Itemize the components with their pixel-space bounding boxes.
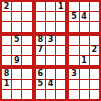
- cell-r7c8[interactable]: [80, 69, 89, 78]
- cell-r3c5[interactable]: [46, 22, 55, 31]
- cell-r6c1[interactable]: [2, 56, 11, 65]
- cell-r6c4[interactable]: [36, 56, 45, 65]
- cell-r5c8[interactable]: [80, 46, 89, 55]
- cell-r9c8[interactable]: [80, 90, 89, 99]
- cell-r9c9[interactable]: [90, 90, 99, 99]
- cell-r1c8[interactable]: [80, 2, 89, 11]
- cell-r5c4[interactable]: 7: [36, 46, 45, 55]
- cell-r2c9[interactable]: [90, 12, 99, 21]
- cell-r3c4[interactable]: [36, 22, 45, 31]
- cell-r4c9[interactable]: [90, 36, 99, 45]
- cell-r8c7[interactable]: [69, 80, 78, 89]
- cell-r2c8[interactable]: 4: [80, 12, 89, 21]
- cell-r6c5[interactable]: [46, 56, 55, 65]
- cell-r4c1[interactable]: [2, 36, 11, 45]
- cell-r3c3[interactable]: [22, 22, 31, 31]
- cell-r3c2[interactable]: [12, 22, 21, 31]
- cell-r3c8[interactable]: [80, 22, 89, 31]
- cell-r4c8[interactable]: [80, 36, 89, 45]
- cell-r6c3[interactable]: [22, 56, 31, 65]
- cell-r1c7[interactable]: [69, 2, 78, 11]
- cell-r5c1[interactable]: [2, 46, 11, 55]
- cell-r3c1[interactable]: [2, 22, 11, 31]
- cell-r5c7[interactable]: [69, 46, 78, 55]
- cell-r4c4[interactable]: 8: [36, 36, 45, 45]
- cell-r1c2[interactable]: [12, 2, 21, 11]
- cell-r6c6[interactable]: [56, 56, 65, 65]
- cell-r1c3[interactable]: [22, 2, 31, 11]
- cell-r6c9[interactable]: [90, 56, 99, 65]
- cell-r7c7[interactable]: 3: [69, 69, 78, 78]
- sudoku-board: 21545837291863154: [0, 0, 101, 101]
- cell-r8c9[interactable]: [90, 80, 99, 89]
- cell-r3c7[interactable]: [69, 22, 78, 31]
- cell-r9c1[interactable]: [2, 90, 11, 99]
- cell-r5c5[interactable]: [46, 46, 55, 55]
- cell-r8c5[interactable]: 4: [46, 80, 55, 89]
- cell-r1c6[interactable]: 1: [56, 2, 65, 11]
- cell-r4c6[interactable]: [56, 36, 65, 45]
- cell-r9c4[interactable]: [36, 90, 45, 99]
- cell-r2c5[interactable]: [46, 12, 55, 21]
- cell-r4c3[interactable]: [22, 36, 31, 45]
- cell-r7c3[interactable]: [22, 69, 31, 78]
- cell-r7c9[interactable]: [90, 69, 99, 78]
- cell-r9c2[interactable]: [12, 90, 21, 99]
- cell-r8c2[interactable]: [12, 80, 21, 89]
- cell-r9c7[interactable]: [69, 90, 78, 99]
- cell-r5c3[interactable]: [22, 46, 31, 55]
- cell-r6c8[interactable]: 1: [80, 56, 89, 65]
- cell-r9c6[interactable]: [56, 90, 65, 99]
- cell-r8c4[interactable]: 5: [36, 80, 45, 89]
- cell-r7c5[interactable]: [46, 69, 55, 78]
- cell-r1c9[interactable]: [90, 2, 99, 11]
- cell-r5c2[interactable]: [12, 46, 21, 55]
- cell-r8c8[interactable]: [80, 80, 89, 89]
- cell-r6c7[interactable]: [69, 56, 78, 65]
- cell-r2c3[interactable]: [22, 12, 31, 21]
- cell-r7c4[interactable]: 6: [36, 69, 45, 78]
- cell-r1c1[interactable]: 2: [2, 2, 11, 11]
- cell-r9c3[interactable]: [22, 90, 31, 99]
- cell-r5c9[interactable]: 2: [90, 46, 99, 55]
- cell-r2c2[interactable]: [12, 12, 21, 21]
- cell-r2c7[interactable]: 5: [69, 12, 78, 21]
- cell-r6c2[interactable]: 9: [12, 56, 21, 65]
- cell-r1c4[interactable]: [36, 2, 45, 11]
- cell-r7c2[interactable]: [12, 69, 21, 78]
- cell-r8c3[interactable]: [22, 80, 31, 89]
- cell-r2c4[interactable]: [36, 12, 45, 21]
- cell-r7c6[interactable]: [56, 69, 65, 78]
- cell-r4c7[interactable]: [69, 36, 78, 45]
- cell-r4c2[interactable]: 5: [12, 36, 21, 45]
- cell-r8c6[interactable]: [56, 80, 65, 89]
- cell-r2c6[interactable]: [56, 12, 65, 21]
- cell-r9c5[interactable]: [46, 90, 55, 99]
- cell-r7c1[interactable]: 8: [2, 69, 11, 78]
- cell-r5c6[interactable]: [56, 46, 65, 55]
- cell-r2c1[interactable]: [2, 12, 11, 21]
- cell-r4c5[interactable]: 3: [46, 36, 55, 45]
- cell-r8c1[interactable]: 1: [2, 80, 11, 89]
- cell-r3c9[interactable]: [90, 22, 99, 31]
- cell-r1c5[interactable]: [46, 2, 55, 11]
- cell-r3c6[interactable]: [56, 22, 65, 31]
